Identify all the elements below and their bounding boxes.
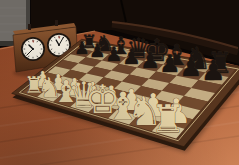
scene-canvas: ♜♞♝♛♚♝♞♜♟♟♟♟♟♟♟♟♟♟♟♟♟♟♟♟♜♞♝♛♚♝♞♜ bbox=[0, 0, 239, 165]
chess-set-photo: ♜♞♝♛♚♝♞♜♟♟♟♟♟♟♟♟♟♟♟♟♟♟♟♟♜♞♝♛♚♝♞♜ bbox=[0, 0, 239, 165]
vignette-overlay bbox=[0, 0, 239, 165]
